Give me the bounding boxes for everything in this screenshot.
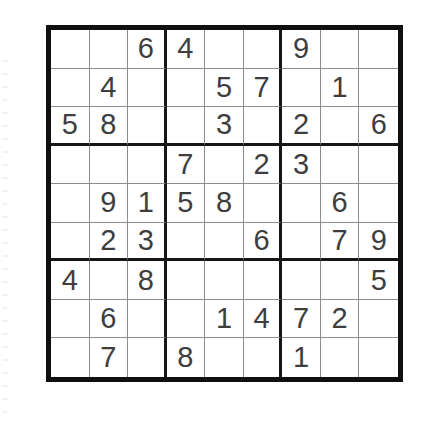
scan-edge-artifacts (2, 60, 8, 420)
cell-given-r4c7: 3 (282, 146, 321, 185)
cell-given-r9c4: 8 (167, 338, 206, 377)
cell-given-r8c2: 6 (90, 300, 129, 339)
cell-given-r2c5: 5 (205, 69, 244, 108)
cell-empty-r8c1[interactable] (51, 300, 90, 339)
cell-empty-r3c4[interactable] (167, 107, 206, 146)
cell-given-r4c6: 2 (244, 146, 283, 185)
cell-empty-r2c1[interactable] (51, 69, 90, 108)
cell-given-r8c6: 4 (244, 300, 283, 339)
cell-empty-r2c4[interactable] (167, 69, 206, 108)
cell-empty-r6c4[interactable] (167, 223, 206, 262)
cell-given-r6c9: 9 (359, 223, 398, 262)
cell-empty-r8c3[interactable] (128, 300, 167, 339)
cell-empty-r4c9[interactable] (359, 146, 398, 185)
cell-given-r5c3: 1 (128, 184, 167, 223)
cell-empty-r9c6[interactable] (244, 338, 283, 377)
cell-given-r1c7: 9 (282, 30, 321, 69)
cell-given-r8c5: 1 (205, 300, 244, 339)
cell-empty-r9c1[interactable] (51, 338, 90, 377)
cell-given-r5c5: 8 (205, 184, 244, 223)
cell-empty-r1c1[interactable] (51, 30, 90, 69)
cell-empty-r5c6[interactable] (244, 184, 283, 223)
cell-given-r9c7: 1 (282, 338, 321, 377)
cell-empty-r2c9[interactable] (359, 69, 398, 108)
cell-given-r5c2: 9 (90, 184, 129, 223)
cell-empty-r4c2[interactable] (90, 146, 129, 185)
sudoku-board: 649457158326723915862367948561472781 (46, 25, 403, 382)
cell-given-r2c6: 7 (244, 69, 283, 108)
cell-empty-r3c8[interactable] (321, 107, 360, 146)
cell-empty-r7c4[interactable] (167, 261, 206, 300)
cell-given-r2c2: 4 (90, 69, 129, 108)
cell-empty-r3c3[interactable] (128, 107, 167, 146)
cell-given-r1c4: 4 (167, 30, 206, 69)
cell-given-r8c7: 7 (282, 300, 321, 339)
cell-given-r9c2: 7 (90, 338, 129, 377)
cell-empty-r5c7[interactable] (282, 184, 321, 223)
cell-empty-r3c6[interactable] (244, 107, 283, 146)
cell-given-r5c4: 5 (167, 184, 206, 223)
cell-given-r1c3: 6 (128, 30, 167, 69)
cell-empty-r5c1[interactable] (51, 184, 90, 223)
cell-given-r7c3: 8 (128, 261, 167, 300)
cell-empty-r2c3[interactable] (128, 69, 167, 108)
cell-empty-r9c9[interactable] (359, 338, 398, 377)
cell-empty-r4c5[interactable] (205, 146, 244, 185)
cell-given-r6c6: 6 (244, 223, 283, 262)
cell-given-r6c3: 3 (128, 223, 167, 262)
cell-given-r7c1: 4 (51, 261, 90, 300)
cell-empty-r9c5[interactable] (205, 338, 244, 377)
cell-empty-r6c1[interactable] (51, 223, 90, 262)
cell-empty-r4c1[interactable] (51, 146, 90, 185)
cell-empty-r1c5[interactable] (205, 30, 244, 69)
cell-given-r2c8: 1 (321, 69, 360, 108)
cell-given-r6c8: 7 (321, 223, 360, 262)
cell-given-r5c8: 6 (321, 184, 360, 223)
cell-given-r8c8: 2 (321, 300, 360, 339)
cell-empty-r8c9[interactable] (359, 300, 398, 339)
cell-empty-r5c9[interactable] (359, 184, 398, 223)
cell-given-r4c4: 7 (167, 146, 206, 185)
cell-given-r3c5: 3 (205, 107, 244, 146)
cell-empty-r9c8[interactable] (321, 338, 360, 377)
cell-empty-r1c2[interactable] (90, 30, 129, 69)
cell-empty-r9c3[interactable] (128, 338, 167, 377)
page: 649457158326723915862367948561472781 (0, 0, 445, 445)
cell-empty-r4c8[interactable] (321, 146, 360, 185)
cell-empty-r2c7[interactable] (282, 69, 321, 108)
cell-given-r3c9: 6 (359, 107, 398, 146)
cell-empty-r7c2[interactable] (90, 261, 129, 300)
cell-empty-r4c3[interactable] (128, 146, 167, 185)
cell-given-r3c2: 8 (90, 107, 129, 146)
cell-empty-r7c6[interactable] (244, 261, 283, 300)
cell-empty-r8c4[interactable] (167, 300, 206, 339)
cell-empty-r7c7[interactable] (282, 261, 321, 300)
cell-given-r3c1: 5 (51, 107, 90, 146)
cell-empty-r7c8[interactable] (321, 261, 360, 300)
cell-given-r6c2: 2 (90, 223, 129, 262)
cell-empty-r6c7[interactable] (282, 223, 321, 262)
cell-given-r7c9: 5 (359, 261, 398, 300)
cell-empty-r1c9[interactable] (359, 30, 398, 69)
cell-empty-r1c6[interactable] (244, 30, 283, 69)
cell-empty-r1c8[interactable] (321, 30, 360, 69)
cell-given-r3c7: 2 (282, 107, 321, 146)
cell-empty-r7c5[interactable] (205, 261, 244, 300)
cell-empty-r6c5[interactable] (205, 223, 244, 262)
